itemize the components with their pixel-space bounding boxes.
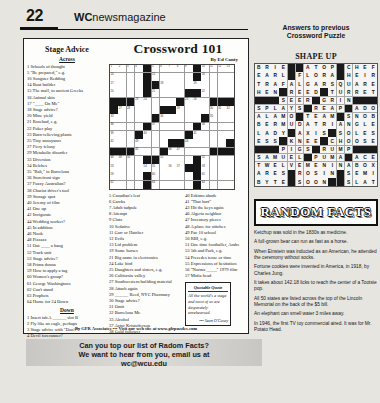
grid-cell	[210, 131, 218, 139]
solution-letter-cell: S	[296, 178, 304, 186]
black-square	[226, 139, 234, 147]
grid-cell: 22	[201, 89, 209, 97]
clue-item: 16 Animal skin	[27, 95, 107, 101]
grid-cell	[226, 164, 234, 172]
grid-cell	[127, 89, 135, 97]
gfr-credit-line: By GFR Associates ••• Visit our web site…	[24, 326, 248, 331]
solution-letter-cell: S	[312, 170, 320, 178]
solution-letter-cell: E	[296, 97, 304, 105]
grid-cell	[160, 131, 168, 139]
grid-cell	[210, 181, 218, 189]
clue-item: 26 California valley	[109, 273, 182, 279]
clue-number: 26	[193, 97, 196, 101]
solution-black-square	[279, 137, 287, 145]
solution-letter-cell: S	[369, 129, 377, 137]
grid-cell: 56	[168, 164, 176, 172]
solution-letter-cell: S	[279, 97, 287, 105]
reader-callout-banner: Can you top our list of Radom Facts? We …	[26, 339, 262, 366]
grid-cell	[226, 131, 234, 139]
solution-letter-cell: N	[320, 162, 328, 170]
solution-letter-cell: E	[279, 178, 287, 186]
clue-item: 34 Belches	[27, 163, 107, 169]
fact-item: Ketchup was sold in the 1830s as medicin…	[254, 230, 378, 236]
solution-black-square	[337, 113, 345, 121]
fact-item: Fortune cookies were invented in America…	[254, 264, 378, 276]
grid-cell: 55	[152, 164, 160, 172]
grid-cell	[135, 81, 143, 89]
solution-letter-cell: R	[288, 88, 296, 96]
grid-cell	[218, 156, 226, 164]
clue-item: 21 Rosebud, e.g.	[27, 119, 107, 125]
grid-cell	[193, 106, 201, 114]
grid-cell	[226, 181, 234, 189]
fact-item: All 50 states are listed across the top …	[254, 296, 378, 308]
grid-cell: 46	[168, 148, 176, 156]
solution-letter-cell: V	[288, 162, 296, 170]
random-facts-list: Ketchup was sold in the 1830s as medicin…	[254, 230, 378, 333]
clue-item: 19 Some horses	[109, 248, 182, 254]
grid-cell	[201, 139, 209, 147]
clue-number: 46	[168, 147, 171, 151]
solution-letter-cell: I	[361, 72, 369, 80]
solution-letter-cell: H	[255, 88, 263, 96]
masthead: WCnewsmagazine	[74, 11, 166, 23]
grid-cell: 16	[201, 73, 209, 81]
solution-letter-cell: R	[271, 121, 279, 129]
black-square	[110, 148, 118, 156]
clue-item: 23 Burn-relieving plants	[27, 132, 107, 138]
grid-cell	[143, 139, 151, 147]
grid-cell	[168, 73, 176, 81]
clue-number: 45	[135, 147, 138, 151]
solution-letter-cell: A	[255, 170, 263, 178]
black-square	[168, 106, 176, 114]
clue-number: 23	[135, 97, 138, 101]
grid-cell	[143, 106, 151, 114]
grid-cell	[127, 114, 135, 122]
clue-item: 41 "That hurt"	[185, 199, 246, 205]
grid-cell	[176, 131, 184, 139]
black-square	[127, 148, 135, 156]
solution-letter-cell: D	[296, 121, 304, 129]
solution-letter-cell: S	[328, 80, 336, 88]
clue-number: 55	[152, 164, 155, 168]
fact-item: When Einstein was inducted as an America…	[254, 249, 378, 261]
clue-item: 48 A place for stitches	[185, 224, 246, 230]
solution-letter-cell: N	[328, 170, 336, 178]
grid-cell: 36	[110, 123, 118, 131]
solution-letter-cell: C	[345, 64, 353, 72]
solution-black-square	[288, 72, 296, 80]
black-square	[143, 172, 151, 180]
grid-cell: 53	[110, 164, 118, 172]
black-square	[143, 89, 151, 97]
solution-letter-cell: S	[296, 105, 304, 113]
solution-letter-cell: R	[328, 97, 336, 105]
clue-number: 18	[160, 81, 163, 85]
solution-letter-cell: L	[279, 162, 287, 170]
clue-item: 33 Diversion	[27, 157, 107, 163]
grid-cell	[185, 73, 193, 81]
solution-black-square	[312, 97, 320, 105]
solution-letter-cell: E	[361, 64, 369, 72]
clue-number: 22	[202, 89, 205, 93]
solution-letter-cell: O	[312, 178, 320, 186]
clue-number: 10	[202, 64, 205, 68]
clue-item: 33 Alcohol	[109, 317, 182, 323]
quote-text: All the world's a stage and most of us a…	[188, 293, 228, 315]
grid-cell: 30	[210, 106, 218, 114]
grid-cell	[135, 164, 143, 172]
solution-letter-cell: I	[337, 97, 345, 105]
solution-letter-cell: T	[255, 80, 263, 88]
solution-black-square	[271, 97, 279, 105]
across-label: Across	[27, 56, 107, 62]
solution-letter-cell: O	[320, 64, 328, 72]
clue-item: 17 "____ On Me"	[27, 101, 107, 107]
clue-number: 62	[110, 180, 113, 184]
black-square	[193, 123, 201, 131]
black-square	[160, 106, 168, 114]
solution-letter-cell: Y	[288, 105, 296, 113]
clue-item: 22 Poker play	[27, 126, 107, 132]
solution-black-square	[304, 105, 312, 113]
fact-item: It takes about 142.18 licks to reach the…	[254, 280, 378, 292]
solution-letter-cell: A	[353, 105, 361, 113]
grid-cell: 27	[118, 106, 126, 114]
random-facts-title: RANDOM FACTS	[261, 204, 372, 220]
clue-number: 20	[110, 89, 113, 93]
grid-cell	[210, 139, 218, 147]
grid-cell: 5	[152, 65, 160, 73]
clue-item: 5 "Be prepared," e.g.	[27, 70, 107, 76]
clue-item: 1 Schools of thought	[27, 64, 107, 70]
banner-email: wc@wcu.edu	[26, 359, 262, 368]
solution-black-square	[337, 170, 345, 178]
grid-cell: 42	[110, 139, 118, 147]
solution-letter-cell: F	[279, 80, 287, 88]
grid-cell	[168, 131, 176, 139]
grid-cell: 3	[127, 65, 135, 73]
grid-cell: 20	[110, 89, 118, 97]
clue-item: 59 How to apply a tag	[27, 268, 107, 274]
solution-letter-cell: G	[296, 146, 304, 154]
grid-cell: 59	[110, 172, 118, 180]
grid-cell	[168, 156, 176, 164]
solution-letter-cell: E	[369, 80, 377, 88]
solution-letter-cell: P	[263, 105, 271, 113]
clue-item: 52 Track unit	[27, 250, 107, 256]
grid-cell	[201, 131, 209, 139]
grid-cell: 7	[168, 65, 176, 73]
grid-cell	[226, 81, 234, 89]
solution-letter-cell: S	[345, 170, 353, 178]
black-square	[193, 164, 201, 172]
clue-number: 36	[110, 122, 113, 126]
clue-item: 61 George Washingtons	[27, 281, 107, 287]
black-square	[226, 148, 234, 156]
solution-letter-cell: N	[271, 88, 279, 96]
grid-cell: 51	[160, 156, 168, 164]
grid-cell	[127, 131, 135, 139]
clue-item: 57 Mafia head	[185, 273, 246, 279]
grid-cell: 21	[152, 89, 160, 97]
solution-letter-cell: L	[263, 113, 271, 121]
solution-black-square	[288, 64, 296, 72]
solution-letter-cell: F	[296, 72, 304, 80]
masthead-bold: WC	[74, 11, 92, 23]
black-square	[143, 73, 151, 81]
bottom-clue-columns: 5 Canadian's leaf6 Gawks7 Adult tadpole8…	[109, 193, 248, 336]
clue-item: 24 Lake bird	[109, 261, 182, 267]
grid-cell	[176, 89, 184, 97]
clue-item: 51 One time footballer, Andre	[185, 242, 246, 248]
grid-cell	[152, 139, 160, 147]
solution-letter-cell: B	[255, 178, 263, 186]
solution-letter-cell: E	[263, 121, 271, 129]
clue-number: 14	[110, 72, 113, 76]
solution-letter-cell: E	[369, 121, 377, 129]
solution-letter-cell: O	[361, 162, 369, 170]
grid-cell	[118, 139, 126, 147]
solution-letter-cell: G	[304, 80, 312, 88]
solution-black-square	[345, 105, 353, 113]
clue-number: 32	[227, 106, 230, 110]
solution-letter-cell: M	[271, 154, 279, 162]
black-square	[110, 106, 118, 114]
clue-number: 2	[119, 64, 121, 68]
grid-cell	[210, 164, 218, 172]
clue-item: 15 The mall, to ancient Greeks	[27, 88, 107, 94]
black-square	[143, 123, 151, 131]
grid-cell: 38	[201, 123, 209, 131]
crossword-frame: Stage Advice Across 1 Schools of thought…	[23, 38, 249, 334]
clue-item: 47 Inventory pieces	[185, 217, 246, 223]
grid-cell	[127, 73, 135, 81]
grid-cell	[218, 81, 226, 89]
solution-black-square	[353, 146, 361, 154]
solution-letter-cell: T	[369, 88, 377, 96]
solution-letter-cell: L	[353, 129, 361, 137]
answers-header-line1: Answers to previous	[254, 24, 378, 32]
clue-number: 61	[202, 172, 205, 176]
solution-letter-cell: T	[271, 178, 279, 186]
solution-letter-cell: O	[304, 178, 312, 186]
grid-cell	[176, 81, 184, 89]
grid-cell	[160, 139, 168, 147]
clue-number: 15	[152, 72, 155, 76]
solution-letter-cell: R	[320, 80, 328, 88]
solution-letter-cell: B	[255, 121, 263, 129]
solution-letter-cell: E	[255, 72, 263, 80]
solution-letter-cell: A	[345, 162, 353, 170]
solution-letter-cell: A	[328, 105, 336, 113]
clue-item: 64 Home for 24 Down	[27, 299, 107, 305]
grid-cell	[185, 172, 193, 180]
grid-cell	[135, 172, 143, 180]
clue-item: 7 Adult tadpole	[109, 205, 182, 211]
solution-letter-cell: I	[328, 162, 336, 170]
grid-cell: 61	[201, 172, 209, 180]
clue-number: 49	[119, 155, 122, 159]
solution-letter-cell: X	[304, 129, 312, 137]
clue-number: 59	[110, 172, 113, 176]
clue-number: 53	[110, 164, 113, 168]
clue-item: 1 Insert tab A ______ slot B	[27, 315, 107, 321]
solution-letter-cell: E	[353, 170, 361, 178]
solution-letter-cell: S	[361, 137, 369, 145]
solution-letter-cell: Q	[337, 80, 345, 88]
clue-number: 52	[202, 155, 205, 159]
grid-cell: 34	[160, 114, 168, 122]
black-square	[193, 156, 201, 164]
solution-letter-cell: R	[271, 72, 279, 80]
solution-letter-cell: U	[328, 146, 336, 154]
grid-cell	[218, 73, 226, 81]
grid-cell	[176, 181, 184, 189]
solution-black-square	[369, 146, 377, 154]
solution-letter-cell: R	[369, 72, 377, 80]
solution-black-square	[271, 146, 279, 154]
solution-black-square	[304, 154, 312, 162]
clue-number: 16	[202, 72, 205, 76]
grid-cell	[152, 148, 160, 156]
solution-letter-cell: P	[337, 105, 345, 113]
answers-header: Answers to previous Crossword Puzzle	[254, 24, 378, 41]
solution-letter-cell: B	[255, 64, 263, 72]
solution-letter-cell: C	[328, 137, 336, 145]
solution-letter-cell: E	[296, 88, 304, 96]
banner-line1: Can you top our list of Radom Facts?	[26, 341, 262, 350]
solution-black-square	[255, 146, 263, 154]
black-square	[185, 164, 193, 172]
grid-cell: 45	[135, 148, 143, 156]
clue-item: 8 Attempt	[109, 211, 182, 217]
grid-cell: 64	[201, 181, 209, 189]
page-number: 22	[26, 7, 43, 25]
clue-item: 62 Can't stand	[27, 287, 107, 293]
clue-item: 27 Fiery felony	[27, 144, 107, 150]
clue-number: 19	[193, 81, 196, 85]
grid-cell: 17	[110, 81, 118, 89]
black-square	[210, 98, 218, 106]
grid-cell	[135, 123, 143, 131]
clue-number: 35	[210, 114, 213, 118]
black-square	[152, 156, 160, 164]
grid-cell	[201, 81, 209, 89]
clue-item: 20 Mine yield	[27, 113, 107, 119]
solution-letter-cell: A	[320, 113, 328, 121]
solution-letter-cell: E	[304, 88, 312, 96]
solution-letter-cell: R	[320, 146, 328, 154]
black-square	[176, 98, 184, 106]
solution-letter-cell: B	[353, 162, 361, 170]
header-rule-thick	[20, 27, 58, 30]
grid-cell: 4	[135, 65, 143, 73]
black-square	[110, 98, 118, 106]
clue-number: 51	[160, 155, 163, 159]
quote-attribution: ••• Sean O'Casey	[188, 318, 228, 323]
solution-letter-cell: A	[279, 105, 287, 113]
solution-letter-cell: S	[271, 137, 279, 145]
grid-cell: 13	[226, 65, 234, 73]
grid-cell	[118, 123, 126, 131]
grid-cell	[135, 106, 143, 114]
grid-cell	[226, 172, 234, 180]
solution-letter-cell: I	[369, 170, 377, 178]
grid-cell	[160, 164, 168, 172]
solution-letter-cell: L	[296, 80, 304, 88]
grid-cell	[210, 172, 218, 180]
solution-black-square	[353, 97, 361, 105]
grid-cell	[201, 98, 209, 106]
solution-letter-cell: N	[320, 178, 328, 186]
black-square	[160, 148, 168, 156]
grid-cell: 12	[218, 65, 226, 73]
grid-cell	[127, 172, 135, 180]
puzzle-theme-title: Stage Advice	[27, 45, 107, 54]
grid-cell	[118, 81, 126, 89]
clue-number: 39	[110, 131, 113, 135]
grid-cell	[218, 114, 226, 122]
grid-cell: 35	[210, 114, 218, 122]
solution-letter-cell: O	[312, 72, 320, 80]
solution-black-square	[328, 129, 336, 137]
solution-letter-cell: M	[337, 146, 345, 154]
clue-number: 13	[227, 64, 230, 68]
solution-letter-cell: L	[279, 72, 287, 80]
solution-letter-cell: I	[328, 121, 336, 129]
grid-cell	[176, 156, 184, 164]
grid-cell: 6	[160, 65, 168, 73]
quote-title: Quotable Quote	[188, 285, 228, 292]
grid-cell: 10	[201, 65, 209, 73]
grid-cell: 31	[218, 106, 226, 114]
solution-letter-cell: E	[255, 137, 263, 145]
clue-item: 46 Nook	[27, 231, 107, 237]
grid-cell	[193, 148, 201, 156]
solution-letter-cell: Y	[279, 129, 287, 137]
solution-letter-cell: N	[345, 121, 353, 129]
clue-item: 12 Evils	[109, 236, 182, 242]
grid-cell	[185, 81, 193, 89]
magazine-page: { "game": "crossword", "page": { "number…	[0, 0, 380, 403]
solution-black-square	[320, 137, 328, 145]
black-square	[152, 114, 160, 122]
grid-cell: 33	[110, 114, 118, 122]
solution-letter-cell: L	[304, 72, 312, 80]
clue-item: 38 Chariot driver's tool	[27, 188, 107, 194]
solution-letter-cell: T	[312, 121, 320, 129]
clue-item: 10 Sedative	[109, 224, 182, 230]
clue-item: 56 "Norma ____," 1979 film	[185, 267, 246, 273]
fact-item: A full-grown bear can run as fast as a h…	[254, 239, 378, 245]
solution-letter-cell: O	[304, 170, 312, 178]
clue-item: 54 Precedes tense or time	[185, 255, 246, 261]
grid-cell	[118, 164, 126, 172]
clue-number: 24	[144, 97, 147, 101]
grid-cell: 58	[201, 164, 209, 172]
solution-black-square	[288, 178, 296, 186]
solution-letter-cell: B	[369, 113, 377, 121]
clue-number: 41	[193, 131, 196, 135]
clue-number: 37	[152, 122, 155, 126]
grid-cell	[185, 123, 193, 131]
clue-number: 60	[152, 172, 155, 176]
grid-cell	[176, 73, 184, 81]
down-clue-list-middle: 5 Canadian's leaf6 Gawks7 Adult tadpole8…	[109, 193, 182, 336]
grid-cell: 41	[193, 131, 201, 139]
